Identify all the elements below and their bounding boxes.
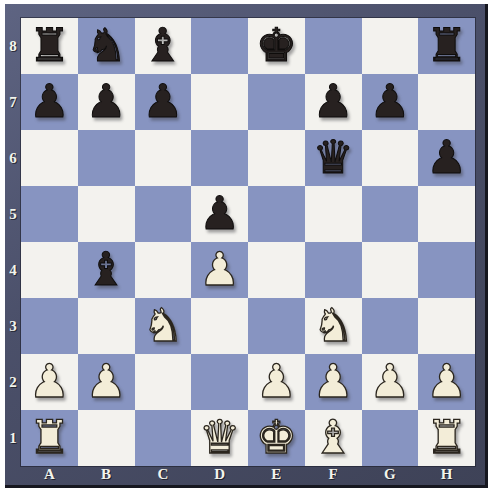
piece-black-pawn-c7[interactable]: ♟	[142, 78, 183, 124]
square-b8[interactable]: ♞	[78, 18, 135, 74]
square-h4[interactable]	[418, 242, 475, 298]
square-a5[interactable]	[21, 186, 78, 242]
square-e7[interactable]	[248, 74, 305, 130]
square-e6[interactable]	[248, 130, 305, 186]
square-b6[interactable]	[78, 130, 135, 186]
piece-white-pawn-d4[interactable]: ♟	[199, 246, 240, 292]
square-c3[interactable]: ♞	[135, 298, 192, 354]
rank-label-8: 8	[5, 18, 21, 74]
square-d5[interactable]: ♟	[191, 186, 248, 242]
file-label-e: E	[248, 466, 305, 485]
piece-black-pawn-b7[interactable]: ♟	[86, 78, 127, 124]
square-c5[interactable]	[135, 186, 192, 242]
square-g6[interactable]	[362, 130, 419, 186]
square-b5[interactable]	[78, 186, 135, 242]
file-label-c: C	[135, 466, 192, 485]
piece-white-bishop-f1[interactable]: ♝	[313, 414, 354, 460]
square-f2[interactable]: ♟	[305, 354, 362, 410]
square-b3[interactable]	[78, 298, 135, 354]
square-f5[interactable]	[305, 186, 362, 242]
square-b1[interactable]	[78, 410, 135, 466]
piece-black-pawn-g7[interactable]: ♟	[369, 78, 410, 124]
square-a6[interactable]	[21, 130, 78, 186]
square-c7[interactable]: ♟	[135, 74, 192, 130]
square-f4[interactable]	[305, 242, 362, 298]
square-d8[interactable]	[191, 18, 248, 74]
square-e2[interactable]: ♟	[248, 354, 305, 410]
square-c2[interactable]	[135, 354, 192, 410]
square-e8[interactable]: ♚	[248, 18, 305, 74]
piece-black-rook-a8[interactable]: ♜	[29, 22, 70, 68]
square-g1[interactable]	[362, 410, 419, 466]
file-labels: ABCDEFGH	[21, 466, 475, 485]
square-d4[interactable]: ♟	[191, 242, 248, 298]
square-d1[interactable]: ♛	[191, 410, 248, 466]
piece-black-pawn-h6[interactable]: ♟	[426, 134, 467, 180]
piece-black-knight-b8[interactable]: ♞	[86, 22, 127, 68]
square-g5[interactable]	[362, 186, 419, 242]
square-g7[interactable]: ♟	[362, 74, 419, 130]
square-a4[interactable]	[21, 242, 78, 298]
square-h6[interactable]: ♟	[418, 130, 475, 186]
square-d7[interactable]	[191, 74, 248, 130]
square-e5[interactable]	[248, 186, 305, 242]
square-b4[interactable]: ♝	[78, 242, 135, 298]
page: 87654321 ♜♞♝♚♜♟♟♟♟♟♛♟♟♝♟♞♞♟♟♟♟♟♟♜♛♚♝♜ AB…	[0, 0, 488, 488]
piece-white-rook-h1[interactable]: ♜	[426, 414, 467, 460]
square-g3[interactable]	[362, 298, 419, 354]
piece-black-queen-f6[interactable]: ♛	[313, 134, 354, 180]
piece-black-bishop-b4[interactable]: ♝	[86, 246, 127, 292]
rank-label-2: 2	[5, 354, 21, 410]
piece-white-knight-f3[interactable]: ♞	[313, 302, 354, 348]
piece-white-knight-c3[interactable]: ♞	[142, 302, 183, 348]
file-label-a: A	[21, 466, 78, 485]
square-c6[interactable]	[135, 130, 192, 186]
piece-black-king-e8[interactable]: ♚	[256, 22, 297, 68]
square-d6[interactable]	[191, 130, 248, 186]
file-label-g: G	[362, 466, 419, 485]
square-h3[interactable]	[418, 298, 475, 354]
file-label-f: F	[305, 466, 362, 485]
square-b7[interactable]: ♟	[78, 74, 135, 130]
square-f1[interactable]: ♝	[305, 410, 362, 466]
square-g8[interactable]	[362, 18, 419, 74]
piece-black-bishop-c8[interactable]: ♝	[142, 22, 183, 68]
square-c8[interactable]: ♝	[135, 18, 192, 74]
piece-white-pawn-a2[interactable]: ♟	[29, 358, 70, 404]
piece-black-rook-h8[interactable]: ♜	[426, 22, 467, 68]
square-d2[interactable]	[191, 354, 248, 410]
file-label-b: B	[78, 466, 135, 485]
rank-label-4: 4	[5, 242, 21, 298]
rank-label-6: 6	[5, 130, 21, 186]
square-e1[interactable]: ♚	[248, 410, 305, 466]
square-a1[interactable]: ♜	[21, 410, 78, 466]
rank-label-5: 5	[5, 186, 21, 242]
square-h5[interactable]	[418, 186, 475, 242]
square-f7[interactable]: ♟	[305, 74, 362, 130]
file-label-h: H	[418, 466, 475, 485]
rank-label-3: 3	[5, 298, 21, 354]
square-b2[interactable]: ♟	[78, 354, 135, 410]
square-d3[interactable]	[191, 298, 248, 354]
rank-label-1: 1	[5, 410, 21, 466]
square-h8[interactable]: ♜	[418, 18, 475, 74]
piece-white-queen-d1[interactable]: ♛	[199, 414, 240, 460]
square-f6[interactable]: ♛	[305, 130, 362, 186]
square-e4[interactable]	[248, 242, 305, 298]
piece-white-rook-a1[interactable]: ♜	[29, 414, 70, 460]
square-c4[interactable]	[135, 242, 192, 298]
square-c1[interactable]	[135, 410, 192, 466]
square-a8[interactable]: ♜	[21, 18, 78, 74]
square-e3[interactable]	[248, 298, 305, 354]
rank-label-7: 7	[5, 74, 21, 130]
piece-white-pawn-f2[interactable]: ♟	[313, 358, 354, 404]
square-h2[interactable]: ♟	[418, 354, 475, 410]
file-label-d: D	[191, 466, 248, 485]
square-f8[interactable]	[305, 18, 362, 74]
piece-white-pawn-g2[interactable]: ♟	[369, 358, 410, 404]
square-a2[interactable]: ♟	[21, 354, 78, 410]
piece-white-pawn-h2[interactable]: ♟	[426, 358, 467, 404]
chess-board-frame: 87654321 ♜♞♝♚♜♟♟♟♟♟♛♟♟♝♟♞♞♟♟♟♟♟♟♜♛♚♝♜ AB…	[5, 4, 488, 488]
piece-white-king-e1[interactable]: ♚	[256, 414, 297, 460]
square-g2[interactable]: ♟	[362, 354, 419, 410]
rank-labels: 87654321	[5, 18, 21, 466]
square-h1[interactable]: ♜	[418, 410, 475, 466]
square-g4[interactable]	[362, 242, 419, 298]
square-a3[interactable]	[21, 298, 78, 354]
piece-white-pawn-e2[interactable]: ♟	[256, 358, 297, 404]
piece-black-pawn-a7[interactable]: ♟	[29, 78, 70, 124]
piece-white-pawn-b2[interactable]: ♟	[86, 358, 127, 404]
square-a7[interactable]: ♟	[21, 74, 78, 130]
piece-black-pawn-f7[interactable]: ♟	[313, 78, 354, 124]
square-h7[interactable]	[418, 74, 475, 130]
chess-board: ♜♞♝♚♜♟♟♟♟♟♛♟♟♝♟♞♞♟♟♟♟♟♟♜♛♚♝♜	[21, 18, 475, 466]
square-f3[interactable]: ♞	[305, 298, 362, 354]
piece-black-pawn-d5[interactable]: ♟	[199, 190, 240, 236]
